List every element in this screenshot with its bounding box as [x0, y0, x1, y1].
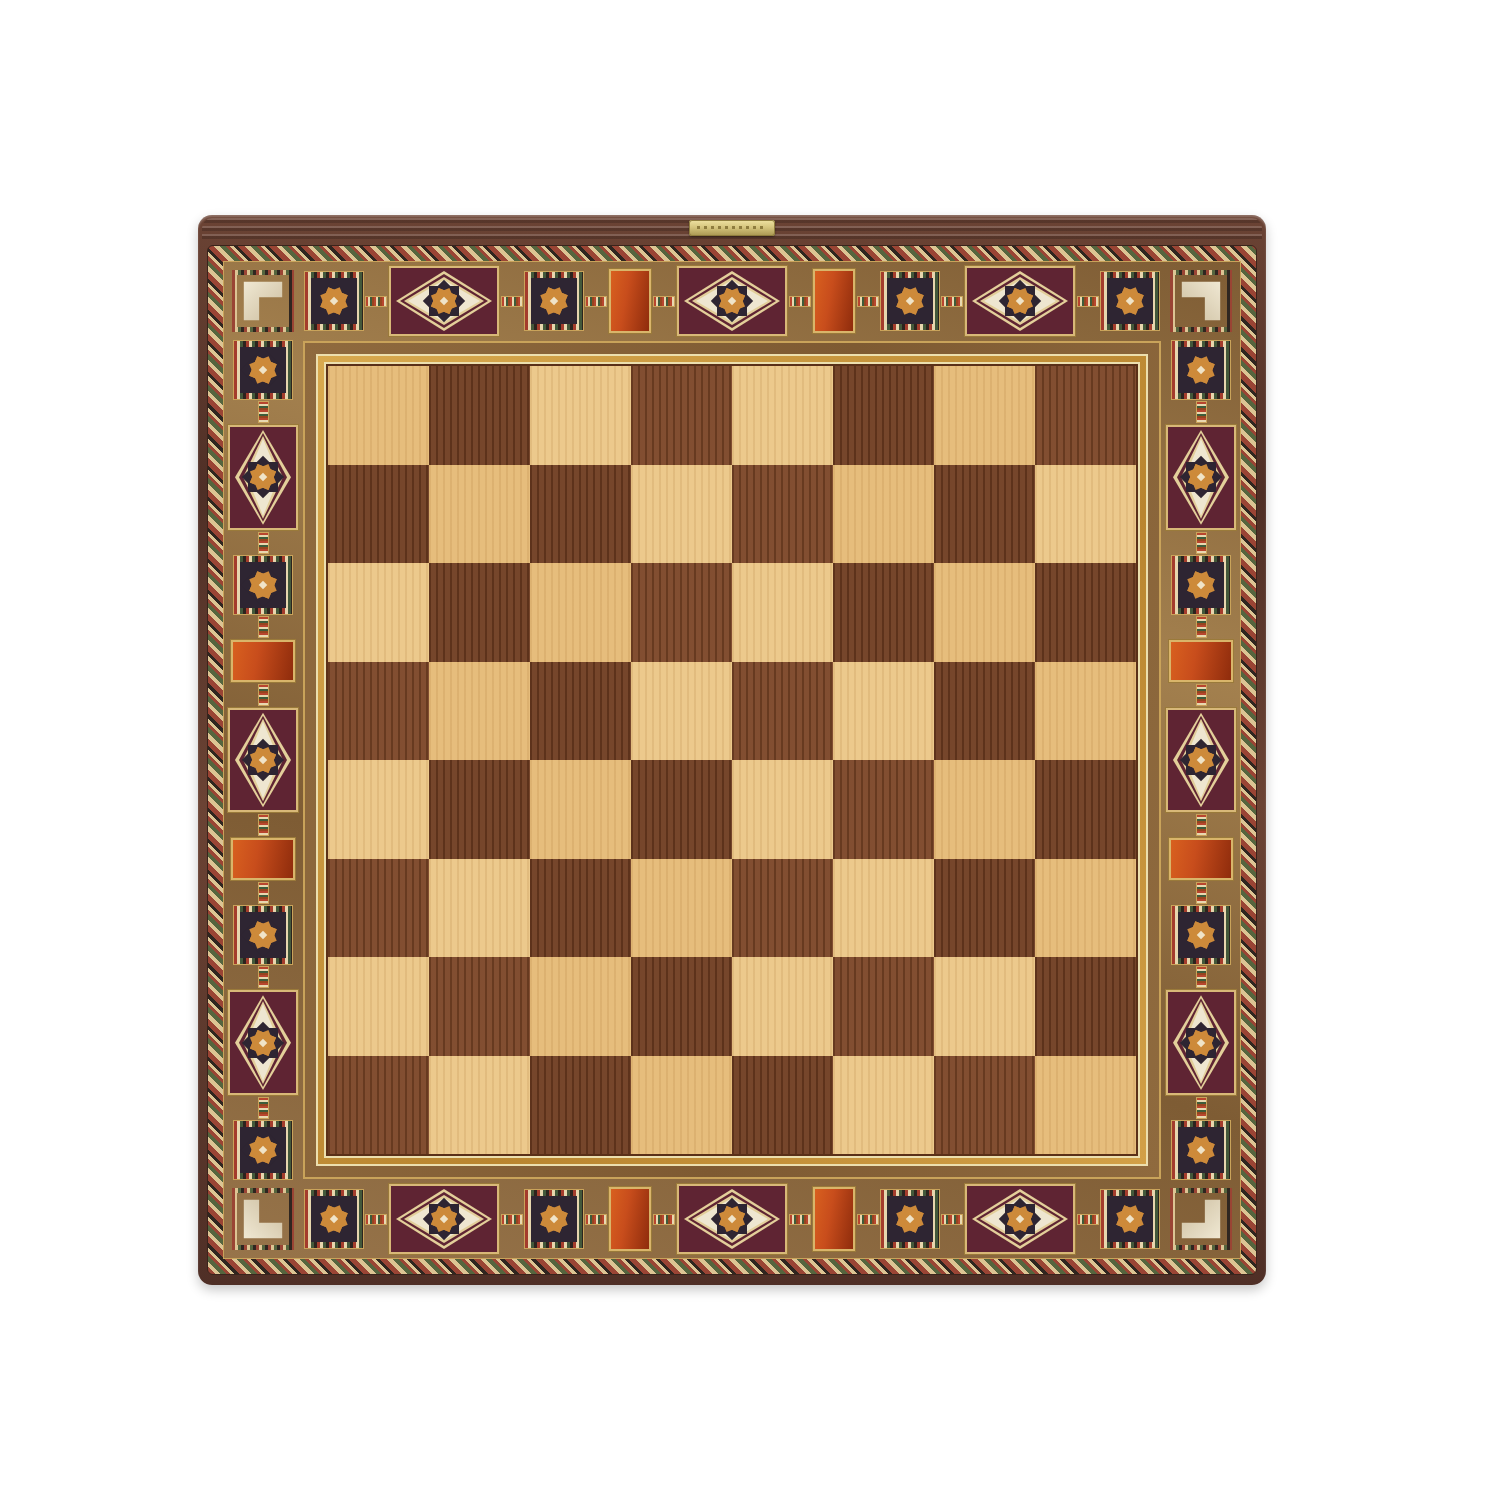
- stripe-connector: [365, 296, 387, 307]
- star-inlay: [881, 1190, 939, 1248]
- star-inlay: [305, 1190, 363, 1248]
- corner-inlay-bottom-left: [223, 1179, 303, 1259]
- square-h3[interactable]: [1035, 859, 1136, 958]
- stripe-connector: [585, 296, 607, 307]
- square-f2[interactable]: [833, 957, 934, 1056]
- corner-inlay-top-left: [223, 261, 303, 341]
- square-g1[interactable]: [934, 1056, 1035, 1155]
- inner-walnut-frame: [303, 341, 1161, 1179]
- square-e6[interactable]: [732, 563, 833, 662]
- diamond-inlay: [677, 266, 787, 336]
- stripe-connector: [857, 1214, 879, 1225]
- square-e8[interactable]: [732, 366, 833, 465]
- red-inlay: [231, 838, 295, 880]
- edge-top: [303, 261, 1161, 341]
- red-inlay: [231, 640, 295, 682]
- square-a2[interactable]: [328, 957, 429, 1056]
- square-a4[interactable]: [328, 760, 429, 859]
- square-b6[interactable]: [429, 563, 530, 662]
- stripe-connector: [258, 814, 269, 836]
- stripe-connector: [1077, 296, 1099, 307]
- square-b8[interactable]: [429, 366, 530, 465]
- square-e1[interactable]: [732, 1056, 833, 1155]
- square-f5[interactable]: [833, 662, 934, 761]
- stripe-connector: [789, 296, 811, 307]
- stripe-connector: [258, 1097, 269, 1119]
- square-d2[interactable]: [631, 957, 732, 1056]
- stripe-connector: [585, 1214, 607, 1225]
- stripe-connector: [501, 296, 523, 307]
- red-inlay: [1169, 640, 1233, 682]
- red-inlay: [813, 1187, 855, 1251]
- stripe-connector: [941, 1214, 963, 1225]
- corner-stripe-frame: [1170, 270, 1232, 332]
- square-c1[interactable]: [530, 1056, 631, 1155]
- diamond-inlay: [228, 990, 298, 1095]
- square-g7[interactable]: [934, 465, 1035, 564]
- square-a8[interactable]: [328, 366, 429, 465]
- square-d7[interactable]: [631, 465, 732, 564]
- chess-board: [198, 215, 1266, 1285]
- diamond-inlay: [389, 1184, 499, 1254]
- diamond-inlay: [228, 708, 298, 813]
- square-e3[interactable]: [732, 859, 833, 958]
- corner-inlay-top-right: [1161, 261, 1241, 341]
- stripe-connector: [258, 401, 269, 423]
- square-d4[interactable]: [631, 760, 732, 859]
- square-c6[interactable]: [530, 563, 631, 662]
- square-f8[interactable]: [833, 366, 934, 465]
- star-inlay: [234, 341, 292, 399]
- corner-stripe-frame: [232, 270, 294, 332]
- corner-stripe-frame: [232, 1188, 294, 1250]
- square-e5[interactable]: [732, 662, 833, 761]
- square-h5[interactable]: [1035, 662, 1136, 761]
- square-g2[interactable]: [934, 957, 1035, 1056]
- stripe-connector: [1196, 882, 1207, 904]
- diamond-inlay: [1166, 708, 1236, 813]
- stripe-connector: [258, 532, 269, 554]
- stripe-connector: [1196, 401, 1207, 423]
- stripe-connector: [258, 684, 269, 706]
- square-d1[interactable]: [631, 1056, 732, 1155]
- square-g4[interactable]: [934, 760, 1035, 859]
- square-c5[interactable]: [530, 662, 631, 761]
- red-inlay: [609, 1187, 651, 1251]
- edge-left: [223, 341, 303, 1179]
- red-inlay: [813, 269, 855, 333]
- square-a7[interactable]: [328, 465, 429, 564]
- diamond-inlay: [389, 266, 499, 336]
- square-g6[interactable]: [934, 563, 1035, 662]
- square-g5[interactable]: [934, 662, 1035, 761]
- square-f6[interactable]: [833, 563, 934, 662]
- stripe-connector: [789, 1214, 811, 1225]
- square-e2[interactable]: [732, 957, 833, 1056]
- square-c8[interactable]: [530, 366, 631, 465]
- stripe-connector: [258, 882, 269, 904]
- edge-bottom: [303, 1179, 1161, 1259]
- edge-right: [1161, 341, 1241, 1179]
- stripe-connector: [1196, 814, 1207, 836]
- square-h1[interactable]: [1035, 1056, 1136, 1155]
- gold-frame: [316, 354, 1148, 1166]
- square-c3[interactable]: [530, 859, 631, 958]
- square-b1[interactable]: [429, 1056, 530, 1155]
- square-h4[interactable]: [1035, 760, 1136, 859]
- stripe-connector: [653, 296, 675, 307]
- square-a5[interactable]: [328, 662, 429, 761]
- square-h2[interactable]: [1035, 957, 1136, 1056]
- stripe-connector: [857, 296, 879, 307]
- square-f4[interactable]: [833, 760, 934, 859]
- striped-ribbon-border: [207, 245, 1257, 1275]
- square-b7[interactable]: [429, 465, 530, 564]
- square-d5[interactable]: [631, 662, 732, 761]
- stripe-connector: [1196, 616, 1207, 638]
- stripe-connector: [941, 296, 963, 307]
- square-h8[interactable]: [1035, 366, 1136, 465]
- square-g8[interactable]: [934, 366, 1035, 465]
- square-c7[interactable]: [530, 465, 631, 564]
- star-inlay: [1101, 272, 1159, 330]
- corner-stripe-frame: [1170, 1188, 1232, 1250]
- stripe-connector: [258, 966, 269, 988]
- star-inlay: [1172, 1121, 1230, 1179]
- square-b4[interactable]: [429, 760, 530, 859]
- square-d6[interactable]: [631, 563, 732, 662]
- playing-area: [326, 364, 1138, 1156]
- red-inlay: [609, 269, 651, 333]
- star-inlay: [234, 906, 292, 964]
- stripe-connector: [1196, 532, 1207, 554]
- square-c4[interactable]: [530, 760, 631, 859]
- diamond-inlay: [1166, 990, 1236, 1095]
- diamond-inlay: [965, 266, 1075, 336]
- square-f3[interactable]: [833, 859, 934, 958]
- diamond-inlay: [677, 1184, 787, 1254]
- diamond-inlay: [965, 1184, 1075, 1254]
- stripe-connector: [653, 1214, 675, 1225]
- square-e4[interactable]: [732, 760, 833, 859]
- star-inlay: [525, 272, 583, 330]
- stripe-connector: [1196, 1097, 1207, 1119]
- square-d3[interactable]: [631, 859, 732, 958]
- square-a3[interactable]: [328, 859, 429, 958]
- star-inlay: [525, 1190, 583, 1248]
- star-inlay: [1172, 906, 1230, 964]
- square-d8[interactable]: [631, 366, 732, 465]
- square-b3[interactable]: [429, 859, 530, 958]
- square-e7[interactable]: [732, 465, 833, 564]
- square-c2[interactable]: [530, 957, 631, 1056]
- stripe-connector: [1196, 966, 1207, 988]
- star-inlay: [1101, 1190, 1159, 1248]
- stripe-connector: [501, 1214, 523, 1225]
- corner-inlay-bottom-right: [1161, 1179, 1241, 1259]
- brass-hinge: [689, 220, 775, 236]
- diamond-inlay: [1166, 425, 1236, 530]
- square-a1[interactable]: [328, 1056, 429, 1155]
- stripe-connector: [1196, 684, 1207, 706]
- square-f1[interactable]: [833, 1056, 934, 1155]
- stripe-connector: [258, 616, 269, 638]
- star-inlay: [1172, 341, 1230, 399]
- star-inlay: [881, 272, 939, 330]
- square-h6[interactable]: [1035, 563, 1136, 662]
- square-a6[interactable]: [328, 563, 429, 662]
- red-inlay: [1169, 838, 1233, 880]
- square-b2[interactable]: [429, 957, 530, 1056]
- square-h7[interactable]: [1035, 465, 1136, 564]
- star-inlay: [1172, 556, 1230, 614]
- square-b5[interactable]: [429, 662, 530, 761]
- mosaic-inlay-border: [223, 261, 1241, 1259]
- star-inlay: [305, 272, 363, 330]
- square-f7[interactable]: [833, 465, 934, 564]
- star-inlay: [234, 556, 292, 614]
- star-inlay: [234, 1121, 292, 1179]
- stripe-connector: [1077, 1214, 1099, 1225]
- diamond-inlay: [228, 425, 298, 530]
- stripe-connector: [365, 1214, 387, 1225]
- square-g3[interactable]: [934, 859, 1035, 958]
